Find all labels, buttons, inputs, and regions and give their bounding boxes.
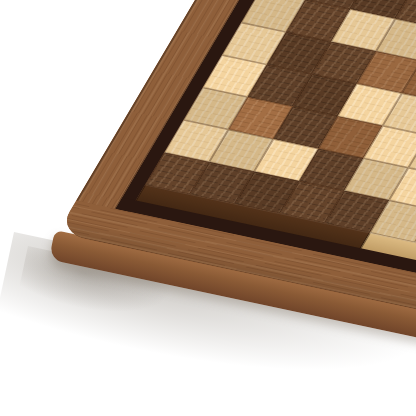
product-photo-scene: KINGFISHER (0, 0, 416, 416)
